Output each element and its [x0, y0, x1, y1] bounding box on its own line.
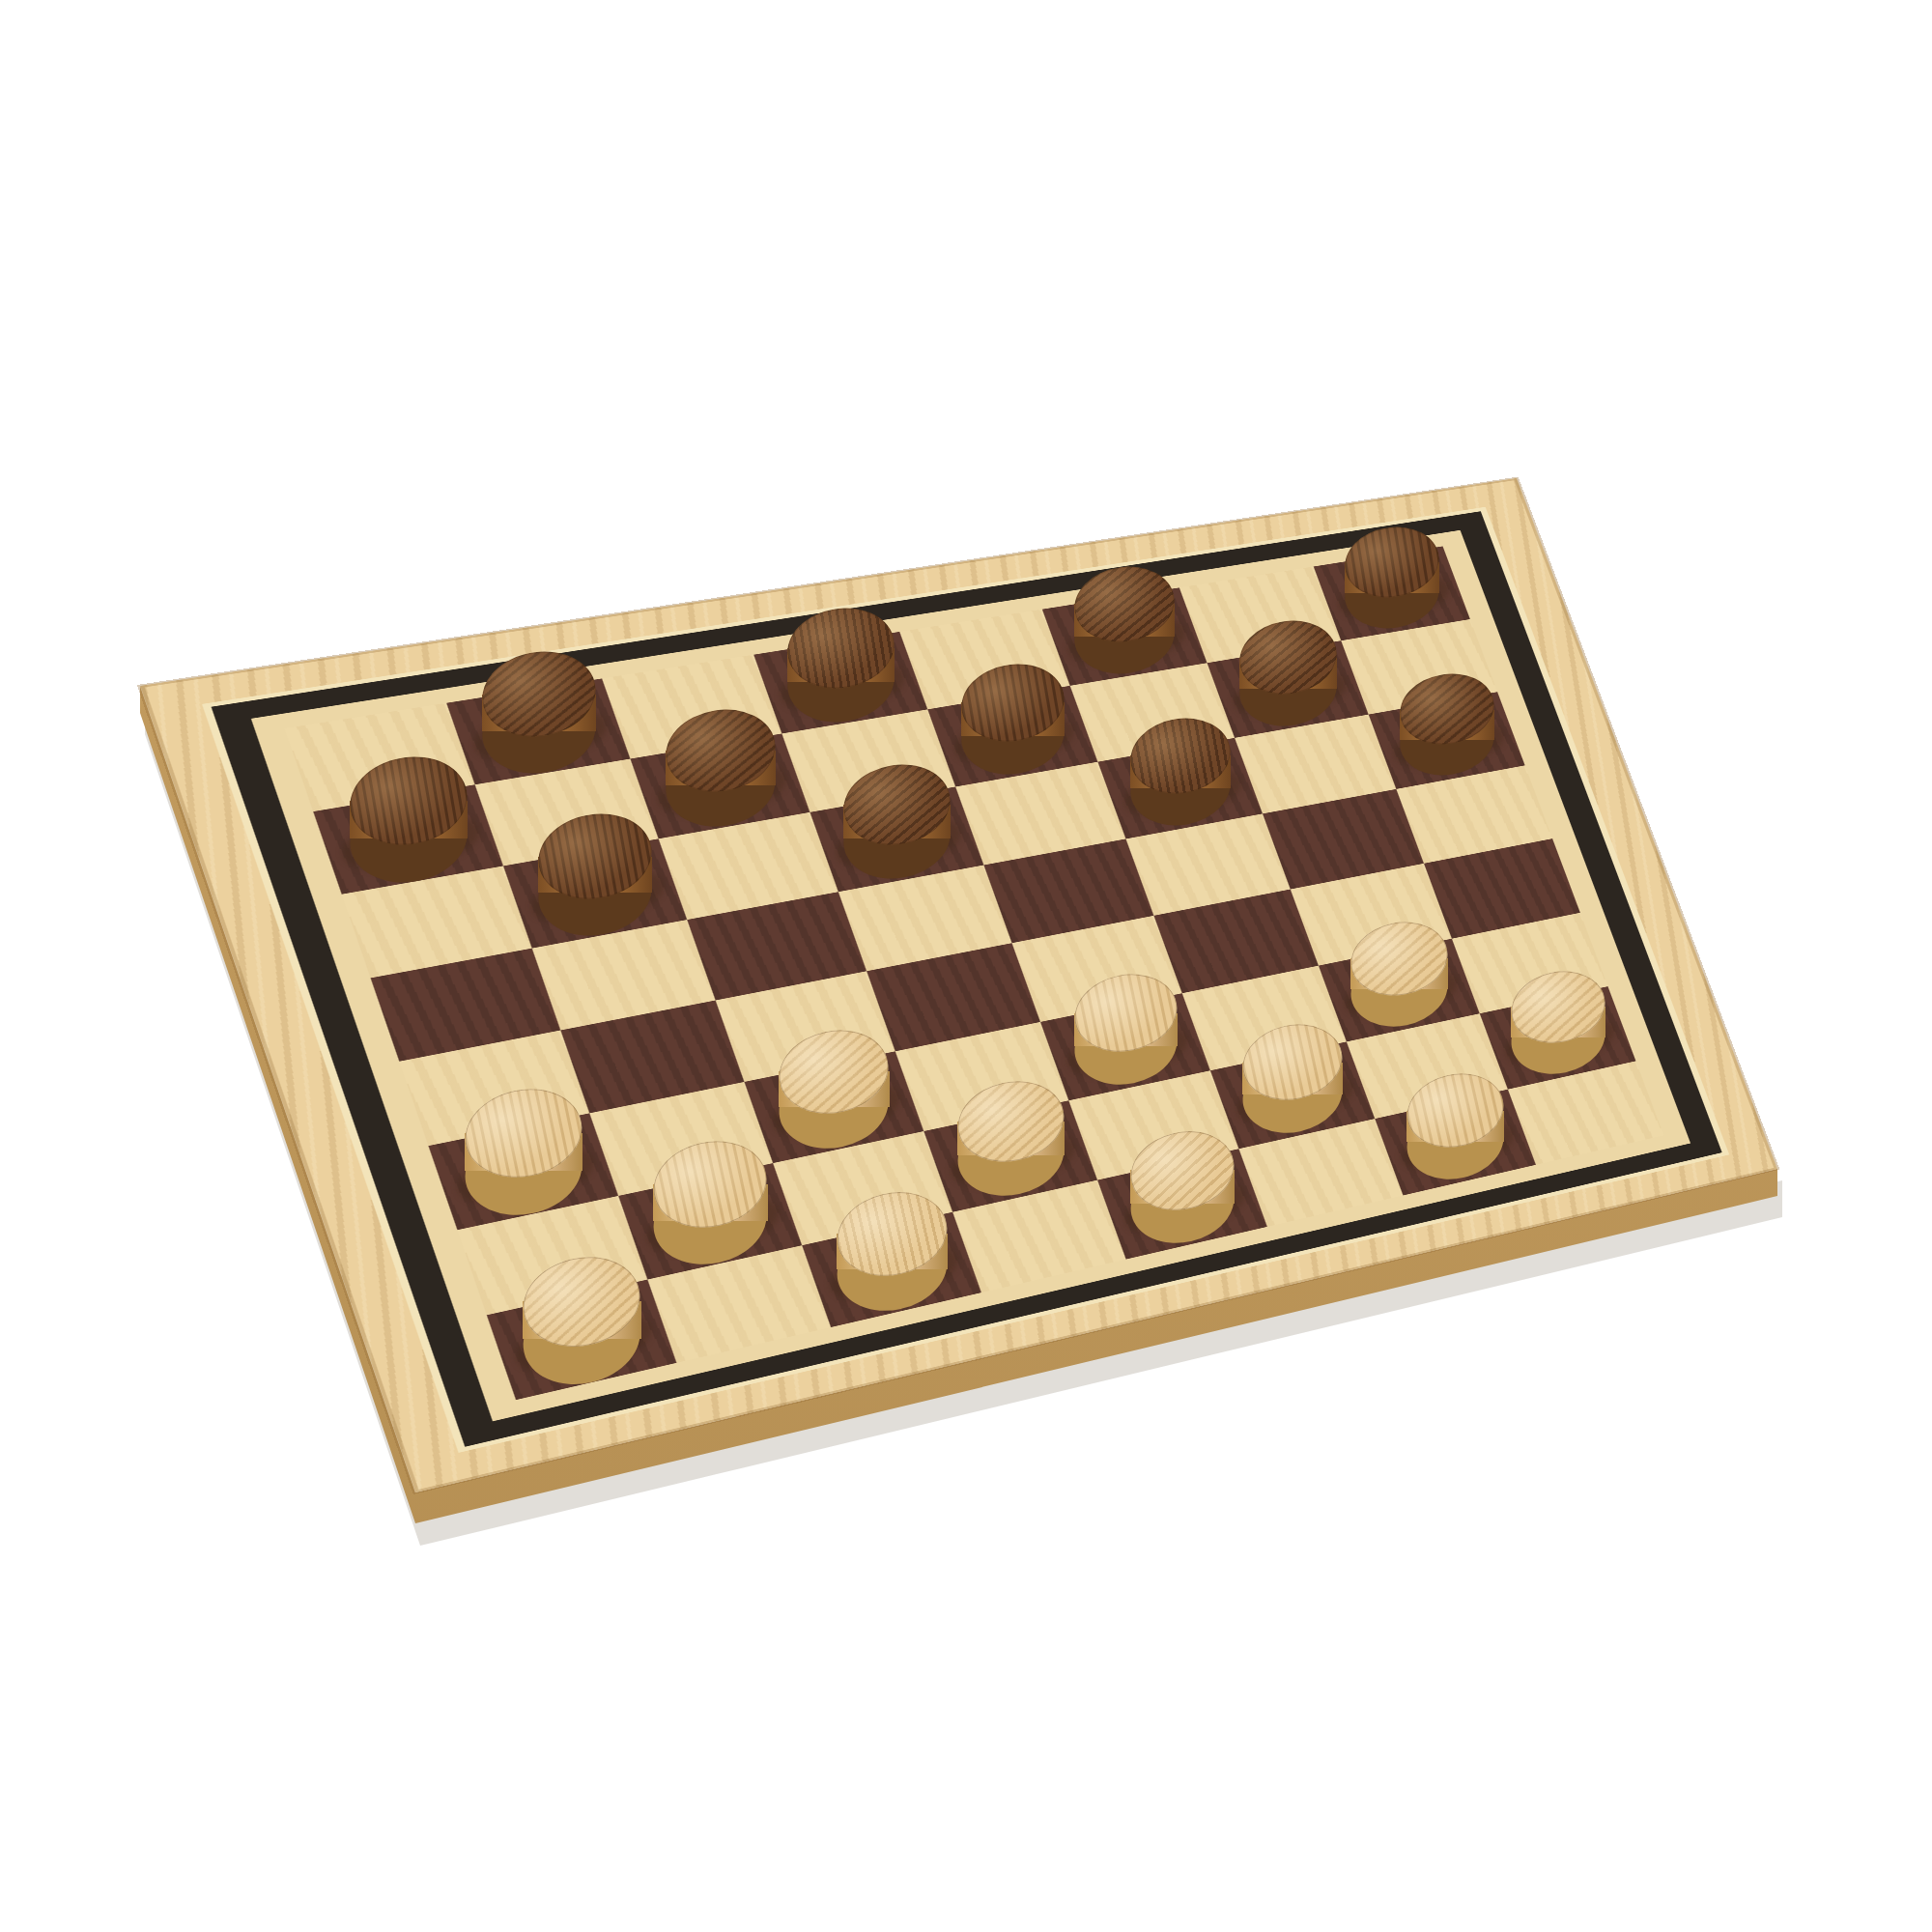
product-photo-scene	[0, 0, 1932, 1932]
pieces-layer	[0, 0, 1932, 1932]
